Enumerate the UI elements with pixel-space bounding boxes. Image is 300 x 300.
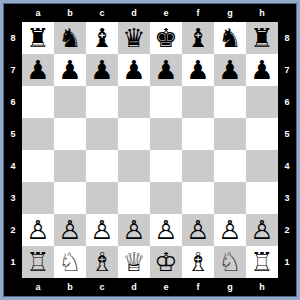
square-f7[interactable]: ♟ bbox=[182, 54, 214, 86]
rank-label-left-7: 7 bbox=[4, 54, 22, 86]
square-c7[interactable]: ♟ bbox=[86, 54, 118, 86]
file-label-top-d: d bbox=[118, 4, 150, 22]
square-d3[interactable] bbox=[118, 182, 150, 214]
square-a4[interactable] bbox=[22, 150, 54, 182]
rank-label-right-1: 1 bbox=[278, 246, 296, 278]
piece-white-pawn[interactable]: ♙ bbox=[26, 214, 49, 246]
rank-label-left-3: 3 bbox=[4, 182, 22, 214]
square-d2[interactable]: ♙ bbox=[118, 214, 150, 246]
piece-black-bishop[interactable]: ♝ bbox=[186, 22, 209, 54]
piece-white-queen[interactable]: ♕ bbox=[122, 246, 145, 278]
piece-black-pawn[interactable]: ♟ bbox=[122, 54, 145, 86]
piece-white-pawn[interactable]: ♙ bbox=[90, 214, 113, 246]
square-c2[interactable]: ♙ bbox=[86, 214, 118, 246]
piece-white-king[interactable]: ♔ bbox=[154, 246, 177, 278]
rank-label-left-2: 2 bbox=[4, 214, 22, 246]
square-f3[interactable] bbox=[182, 182, 214, 214]
file-labels-top: abcdefgh bbox=[22, 4, 278, 22]
square-d4[interactable] bbox=[118, 150, 150, 182]
rank-label-left-1: 1 bbox=[4, 246, 22, 278]
file-label-bottom-a: a bbox=[22, 278, 54, 296]
rank-labels-left: 87654321 bbox=[4, 22, 22, 278]
piece-black-queen[interactable]: ♛ bbox=[122, 22, 145, 54]
piece-white-pawn[interactable]: ♙ bbox=[154, 214, 177, 246]
square-g4[interactable] bbox=[214, 150, 246, 182]
rank-label-left-6: 6 bbox=[4, 86, 22, 118]
square-b3[interactable] bbox=[54, 182, 86, 214]
square-h7[interactable]: ♟ bbox=[246, 54, 278, 86]
square-f1[interactable]: ♗ bbox=[182, 246, 214, 278]
piece-black-bishop[interactable]: ♝ bbox=[90, 22, 113, 54]
square-g3[interactable] bbox=[214, 182, 246, 214]
file-labels-bottom: abcdefgh bbox=[22, 278, 278, 296]
square-h2[interactable]: ♙ bbox=[246, 214, 278, 246]
square-f4[interactable] bbox=[182, 150, 214, 182]
square-f5[interactable] bbox=[182, 118, 214, 150]
file-label-bottom-b: b bbox=[54, 278, 86, 296]
rank-label-right-7: 7 bbox=[278, 54, 296, 86]
piece-black-rook[interactable]: ♜ bbox=[26, 22, 49, 54]
file-label-bottom-e: e bbox=[150, 278, 182, 296]
square-h4[interactable] bbox=[246, 150, 278, 182]
square-d6[interactable] bbox=[118, 86, 150, 118]
square-b6[interactable] bbox=[54, 86, 86, 118]
file-label-bottom-d: d bbox=[118, 278, 150, 296]
rank-label-left-4: 4 bbox=[4, 150, 22, 182]
piece-black-knight[interactable]: ♞ bbox=[218, 22, 241, 54]
square-d7[interactable]: ♟ bbox=[118, 54, 150, 86]
piece-white-pawn[interactable]: ♙ bbox=[250, 214, 273, 246]
square-h3[interactable] bbox=[246, 182, 278, 214]
square-c1[interactable]: ♗ bbox=[86, 246, 118, 278]
piece-black-pawn[interactable]: ♟ bbox=[218, 54, 241, 86]
file-label-bottom-c: c bbox=[86, 278, 118, 296]
square-h5[interactable] bbox=[246, 118, 278, 150]
piece-black-pawn[interactable]: ♟ bbox=[58, 54, 81, 86]
square-f2[interactable]: ♙ bbox=[182, 214, 214, 246]
chess-board: ♜♞♝♛♚♝♞♜♟♟♟♟♟♟♟♟♙♙♙♙♙♙♙♙♖♘♗♕♔♗♘♖ bbox=[22, 22, 278, 278]
piece-white-bishop[interactable]: ♗ bbox=[186, 246, 209, 278]
file-label-bottom-h: h bbox=[246, 278, 278, 296]
piece-black-pawn[interactable]: ♟ bbox=[186, 54, 209, 86]
piece-white-pawn[interactable]: ♙ bbox=[122, 214, 145, 246]
file-label-bottom-f: f bbox=[182, 278, 214, 296]
piece-white-pawn[interactable]: ♙ bbox=[218, 214, 241, 246]
rank-labels-right: 87654321 bbox=[278, 22, 296, 278]
file-label-top-b: b bbox=[54, 4, 86, 22]
square-g5[interactable] bbox=[214, 118, 246, 150]
file-label-top-e: e bbox=[150, 4, 182, 22]
square-g8[interactable]: ♞ bbox=[214, 22, 246, 54]
square-a6[interactable] bbox=[22, 86, 54, 118]
piece-black-rook[interactable]: ♜ bbox=[250, 22, 273, 54]
file-label-top-h: h bbox=[246, 4, 278, 22]
square-g7[interactable]: ♟ bbox=[214, 54, 246, 86]
file-label-top-a: a bbox=[22, 4, 54, 22]
square-c3[interactable] bbox=[86, 182, 118, 214]
piece-white-rook[interactable]: ♖ bbox=[26, 246, 49, 278]
piece-white-knight[interactable]: ♘ bbox=[58, 246, 81, 278]
square-h8[interactable]: ♜ bbox=[246, 22, 278, 54]
square-d8[interactable]: ♛ bbox=[118, 22, 150, 54]
square-a5[interactable] bbox=[22, 118, 54, 150]
square-h1[interactable]: ♖ bbox=[246, 246, 278, 278]
square-g2[interactable]: ♙ bbox=[214, 214, 246, 246]
piece-black-pawn[interactable]: ♟ bbox=[26, 54, 49, 86]
piece-white-pawn[interactable]: ♙ bbox=[58, 214, 81, 246]
square-e3[interactable] bbox=[150, 182, 182, 214]
piece-black-pawn[interactable]: ♟ bbox=[250, 54, 273, 86]
piece-black-king[interactable]: ♚ bbox=[154, 22, 177, 54]
square-e7[interactable]: ♟ bbox=[150, 54, 182, 86]
rank-label-right-8: 8 bbox=[278, 22, 296, 54]
square-b1[interactable]: ♘ bbox=[54, 246, 86, 278]
rank-label-right-3: 3 bbox=[278, 182, 296, 214]
rank-label-right-6: 6 bbox=[278, 86, 296, 118]
rank-label-right-5: 5 bbox=[278, 118, 296, 150]
square-b8[interactable]: ♞ bbox=[54, 22, 86, 54]
square-g6[interactable] bbox=[214, 86, 246, 118]
square-f6[interactable] bbox=[182, 86, 214, 118]
piece-black-pawn[interactable]: ♟ bbox=[154, 54, 177, 86]
square-b5[interactable] bbox=[54, 118, 86, 150]
square-e5[interactable] bbox=[150, 118, 182, 150]
square-b2[interactable]: ♙ bbox=[54, 214, 86, 246]
piece-white-knight[interactable]: ♘ bbox=[218, 246, 241, 278]
square-e8[interactable]: ♚ bbox=[150, 22, 182, 54]
square-h6[interactable] bbox=[246, 86, 278, 118]
square-d1[interactable]: ♕ bbox=[118, 246, 150, 278]
square-e4[interactable] bbox=[150, 150, 182, 182]
piece-black-pawn[interactable]: ♟ bbox=[90, 54, 113, 86]
file-label-bottom-g: g bbox=[214, 278, 246, 296]
square-b7[interactable]: ♟ bbox=[54, 54, 86, 86]
rank-label-right-4: 4 bbox=[278, 150, 296, 182]
square-f8[interactable]: ♝ bbox=[182, 22, 214, 54]
square-e6[interactable] bbox=[150, 86, 182, 118]
rank-label-left-8: 8 bbox=[4, 22, 22, 54]
rank-label-left-5: 5 bbox=[4, 118, 22, 150]
file-label-top-f: f bbox=[182, 4, 214, 22]
square-a2[interactable]: ♙ bbox=[22, 214, 54, 246]
square-c5[interactable] bbox=[86, 118, 118, 150]
file-label-top-c: c bbox=[86, 4, 118, 22]
square-c4[interactable] bbox=[86, 150, 118, 182]
square-c8[interactable]: ♝ bbox=[86, 22, 118, 54]
rank-label-right-2: 2 bbox=[278, 214, 296, 246]
piece-white-bishop[interactable]: ♗ bbox=[90, 246, 113, 278]
square-a7[interactable]: ♟ bbox=[22, 54, 54, 86]
piece-white-pawn[interactable]: ♙ bbox=[186, 214, 209, 246]
square-d5[interactable] bbox=[118, 118, 150, 150]
square-e2[interactable]: ♙ bbox=[150, 214, 182, 246]
square-a3[interactable] bbox=[22, 182, 54, 214]
piece-black-knight[interactable]: ♞ bbox=[58, 22, 81, 54]
square-e1[interactable]: ♔ bbox=[150, 246, 182, 278]
square-a8[interactable]: ♜ bbox=[22, 22, 54, 54]
square-b4[interactable] bbox=[54, 150, 86, 182]
chess-board-window: abcdefgh 87654321 87654321 abcdefgh ♜♞♝♛… bbox=[0, 0, 300, 300]
square-a1[interactable]: ♖ bbox=[22, 246, 54, 278]
file-label-top-g: g bbox=[214, 4, 246, 22]
square-c6[interactable] bbox=[86, 86, 118, 118]
piece-white-rook[interactable]: ♖ bbox=[250, 246, 273, 278]
square-g1[interactable]: ♘ bbox=[214, 246, 246, 278]
